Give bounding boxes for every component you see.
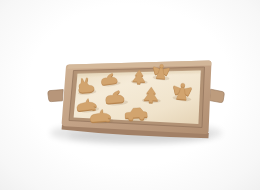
product-photo — [0, 0, 260, 190]
tray-handle-right — [210, 89, 225, 102]
tray-handle-left — [48, 90, 63, 102]
baking-sheet-scene — [0, 0, 260, 190]
